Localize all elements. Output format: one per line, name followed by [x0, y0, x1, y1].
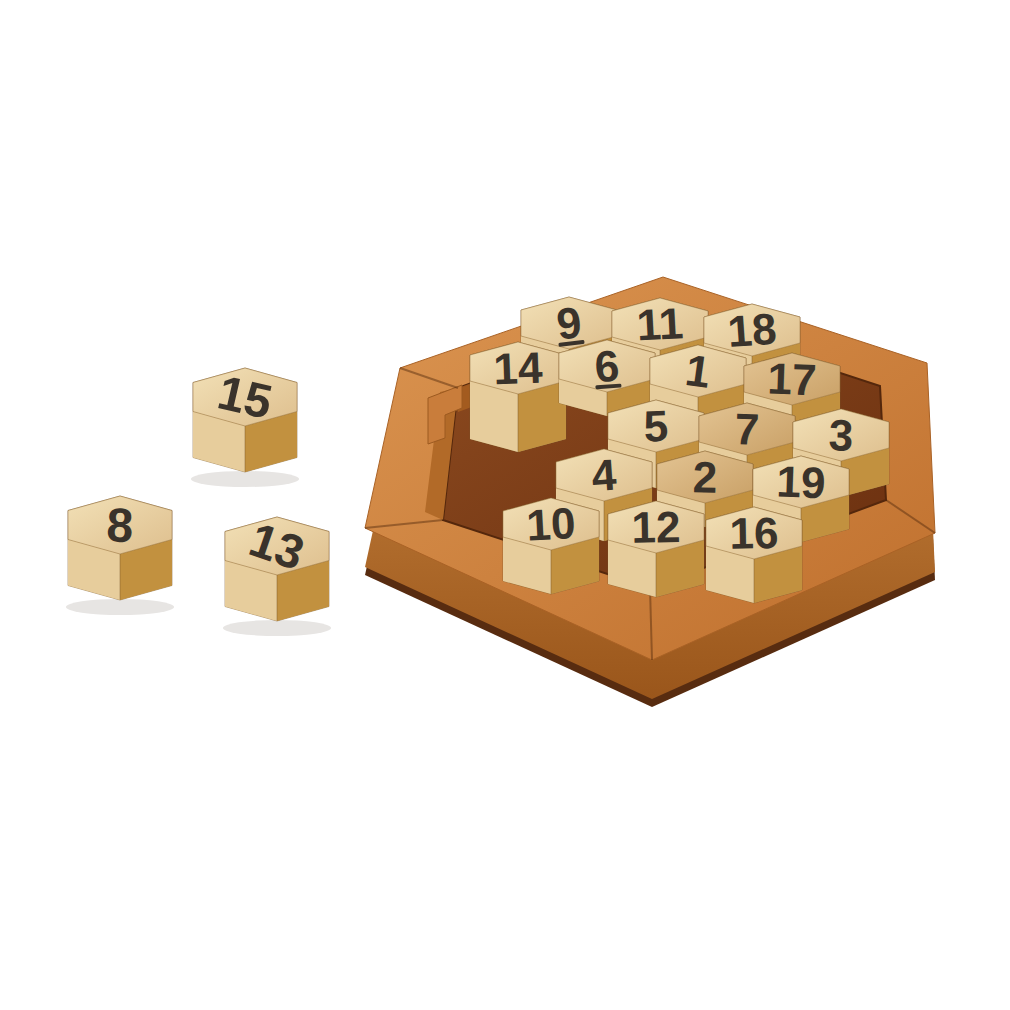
tile-number: 10	[525, 498, 576, 549]
tile-number: 8	[106, 498, 135, 552]
tile-number: 2	[692, 452, 717, 501]
tile-13[interactable]: 13	[221, 513, 333, 637]
tile-15[interactable]: 15	[189, 364, 301, 488]
tile-8[interactable]: 8	[64, 492, 176, 616]
product-photo-stage: 91118146117573421910121615813	[0, 0, 1010, 1010]
tile-10[interactable]: 10	[499, 494, 603, 610]
tile-number: 16	[729, 508, 779, 558]
tiles-layer: 91118146117573421910121615813	[0, 0, 1010, 1010]
tile-number: 19	[776, 457, 827, 508]
tile-number: 12	[631, 502, 681, 552]
tile-16[interactable]: 16	[702, 503, 806, 619]
tile-number: 14	[493, 343, 544, 394]
tile-12[interactable]: 12	[604, 497, 708, 613]
tile-number: 5	[643, 401, 669, 451]
tile-shadow	[66, 599, 174, 615]
tile-shadow	[223, 620, 331, 636]
tile-number: 6	[593, 341, 621, 392]
tile-number: 4	[590, 450, 618, 501]
tile-shadow	[191, 471, 299, 487]
tile-number: 17	[767, 354, 818, 405]
